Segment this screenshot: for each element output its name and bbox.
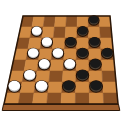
square-r8c2[interactable] [18, 93, 34, 104]
square-r8c7[interactable] [89, 93, 103, 104]
black-piece[interactable] [102, 48, 114, 59]
square-r4c3[interactable] [39, 49, 53, 60]
square-r7c2[interactable] [20, 82, 35, 93]
square-r5c2[interactable] [24, 60, 39, 71]
square-r8c6[interactable] [75, 93, 89, 104]
white-piece[interactable] [52, 48, 64, 59]
white-piece[interactable] [41, 37, 52, 47]
square-r2c5[interactable] [65, 27, 77, 38]
white-piece[interactable] [24, 70, 36, 81]
square-r2c3[interactable] [42, 27, 55, 38]
square-r1c6[interactable] [77, 16, 88, 27]
white-piece[interactable] [64, 59, 76, 70]
square-r3c4[interactable] [52, 38, 65, 49]
black-piece[interactable] [77, 48, 89, 59]
white-piece[interactable] [31, 26, 42, 36]
square-r6c8[interactable] [102, 71, 116, 82]
square-r3c2[interactable] [28, 38, 42, 49]
white-piece[interactable] [35, 81, 48, 92]
white-piece[interactable] [27, 48, 39, 59]
square-r8c8[interactable] [103, 93, 118, 104]
black-piece[interactable] [77, 26, 88, 36]
square-r2c4[interactable] [53, 27, 65, 38]
square-r7c8[interactable] [103, 82, 117, 93]
square-r5c6[interactable] [76, 60, 89, 71]
white-piece[interactable] [8, 81, 21, 92]
square-r8c3[interactable] [33, 93, 48, 104]
board-front-edge [2, 104, 120, 110]
square-r2c7[interactable] [88, 27, 100, 38]
square-r1c5[interactable] [66, 16, 78, 27]
checkers-board-svg [0, 0, 128, 128]
black-piece[interactable] [89, 37, 100, 47]
square-r3c6[interactable] [77, 38, 89, 49]
square-r7c4[interactable] [48, 82, 63, 93]
black-piece[interactable] [62, 81, 75, 92]
black-piece[interactable] [65, 37, 76, 47]
square-r4c7[interactable] [89, 49, 102, 60]
square-r6c4[interactable] [49, 71, 63, 82]
square-r8c5[interactable] [61, 93, 76, 104]
square-r1c3[interactable] [43, 16, 55, 27]
square-r1c4[interactable] [55, 16, 67, 27]
black-piece[interactable] [76, 70, 88, 81]
square-r5c8[interactable] [101, 60, 115, 71]
square-r7c6[interactable] [76, 82, 90, 93]
checkers-illustration [0, 0, 128, 128]
black-piece[interactable] [89, 59, 101, 70]
square-r2c8[interactable] [100, 27, 112, 38]
square-r4c5[interactable] [64, 49, 77, 60]
square-r5c4[interactable] [50, 60, 64, 71]
square-r8c4[interactable] [47, 93, 62, 104]
square-r1c8[interactable] [99, 16, 111, 27]
black-piece[interactable] [89, 16, 99, 26]
square-r3c8[interactable] [100, 38, 113, 49]
black-piece[interactable] [90, 81, 103, 92]
square-r1c2[interactable] [32, 16, 45, 27]
white-piece[interactable] [38, 59, 50, 70]
